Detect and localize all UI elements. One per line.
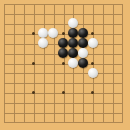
intersection[interactable] [68, 8, 78, 18]
black-stone [78, 28, 88, 38]
intersection[interactable] [58, 88, 68, 98]
intersection[interactable] [98, 98, 108, 108]
intersection[interactable] [117, 58, 127, 68]
intersection[interactable] [98, 108, 108, 118]
intersection[interactable] [78, 58, 88, 68]
intersection[interactable] [68, 88, 78, 98]
intersection[interactable] [88, 0, 98, 8]
intersection[interactable] [78, 28, 88, 38]
intersection[interactable] [48, 88, 58, 98]
intersection[interactable] [18, 58, 28, 68]
intersection[interactable] [48, 0, 58, 8]
intersection[interactable] [28, 38, 38, 48]
intersection[interactable] [58, 108, 68, 118]
intersection[interactable] [88, 98, 98, 108]
intersection[interactable] [78, 117, 88, 127]
intersection[interactable] [68, 108, 78, 118]
intersection[interactable] [108, 48, 118, 58]
intersection[interactable] [78, 88, 88, 98]
intersection[interactable] [38, 68, 48, 78]
intersection[interactable] [117, 0, 127, 8]
intersection[interactable] [48, 48, 58, 58]
intersection[interactable] [117, 88, 127, 98]
intersection[interactable] [48, 38, 58, 48]
intersection[interactable] [68, 68, 78, 78]
intersection[interactable] [48, 28, 58, 38]
intersection[interactable] [8, 0, 18, 8]
intersection[interactable] [98, 0, 108, 8]
intersection[interactable] [58, 98, 68, 108]
intersection[interactable] [78, 0, 88, 8]
intersection[interactable] [98, 68, 108, 78]
black-stone [68, 28, 78, 38]
intersection[interactable] [108, 58, 118, 68]
intersection[interactable] [8, 98, 18, 108]
intersection[interactable] [48, 18, 58, 28]
intersection[interactable] [58, 58, 68, 68]
intersection[interactable] [38, 48, 48, 58]
intersection[interactable] [108, 88, 118, 98]
intersection[interactable] [48, 58, 58, 68]
intersection[interactable] [58, 68, 68, 78]
intersection[interactable] [38, 117, 48, 127]
intersection[interactable] [108, 68, 118, 78]
intersection[interactable] [8, 58, 18, 68]
intersection[interactable] [8, 68, 18, 78]
intersection[interactable] [117, 28, 127, 38]
intersection[interactable] [68, 48, 78, 58]
intersection[interactable] [28, 18, 38, 28]
intersection[interactable] [78, 38, 88, 48]
intersection[interactable] [98, 117, 108, 127]
intersection[interactable] [108, 98, 118, 108]
intersection[interactable] [78, 108, 88, 118]
intersection[interactable] [117, 108, 127, 118]
intersection[interactable] [38, 38, 48, 48]
intersection[interactable] [88, 78, 98, 88]
intersection[interactable] [88, 88, 98, 98]
intersection[interactable] [68, 58, 78, 68]
intersection[interactable] [0, 68, 8, 78]
intersection[interactable] [0, 0, 8, 8]
intersection[interactable] [28, 28, 38, 38]
intersection[interactable] [0, 117, 8, 127]
intersection[interactable] [108, 28, 118, 38]
intersection[interactable] [28, 0, 38, 8]
intersection[interactable] [28, 78, 38, 88]
intersection[interactable] [28, 48, 38, 58]
intersection[interactable] [28, 58, 38, 68]
intersection[interactable] [8, 108, 18, 118]
intersection[interactable] [98, 78, 108, 88]
intersection[interactable] [8, 18, 18, 28]
intersection[interactable] [58, 28, 68, 38]
intersection[interactable] [88, 38, 98, 48]
intersection[interactable] [0, 38, 8, 48]
intersection[interactable] [98, 8, 108, 18]
intersection[interactable] [78, 18, 88, 28]
white-stone [68, 18, 78, 28]
intersection[interactable] [18, 117, 28, 127]
intersection[interactable] [48, 117, 58, 127]
intersection[interactable] [8, 88, 18, 98]
intersection[interactable] [28, 8, 38, 18]
white-stone [38, 38, 48, 48]
intersection[interactable] [68, 0, 78, 8]
intersection[interactable] [18, 28, 28, 38]
intersection[interactable] [48, 78, 58, 88]
white-stone [38, 28, 48, 38]
black-stone [78, 58, 88, 68]
intersection[interactable] [38, 108, 48, 118]
intersection[interactable] [28, 88, 38, 98]
intersection[interactable] [0, 58, 8, 68]
intersection[interactable] [88, 58, 98, 68]
intersection[interactable] [108, 117, 118, 127]
black-stone [78, 38, 88, 48]
intersection[interactable] [117, 117, 127, 127]
intersection[interactable] [117, 98, 127, 108]
go-board [0, 0, 130, 130]
white-stone [88, 38, 98, 48]
intersection[interactable] [8, 48, 18, 58]
intersection[interactable] [58, 8, 68, 18]
intersection[interactable] [88, 8, 98, 18]
intersection[interactable] [108, 38, 118, 48]
intersection[interactable] [28, 98, 38, 108]
intersection[interactable] [38, 28, 48, 38]
intersection[interactable] [117, 18, 127, 28]
intersection[interactable] [88, 28, 98, 38]
intersection[interactable] [58, 0, 68, 8]
intersection[interactable] [78, 8, 88, 18]
intersection[interactable] [18, 78, 28, 88]
black-stone [68, 48, 78, 58]
intersection[interactable] [18, 68, 28, 78]
intersection[interactable] [117, 68, 127, 78]
intersection[interactable] [0, 108, 8, 118]
intersection[interactable] [58, 48, 68, 58]
intersection[interactable] [88, 108, 98, 118]
intersection[interactable] [88, 48, 98, 58]
intersection[interactable] [18, 88, 28, 98]
intersection[interactable] [78, 78, 88, 88]
intersection[interactable] [18, 108, 28, 118]
white-stone [78, 48, 88, 58]
intersection[interactable] [18, 0, 28, 8]
intersection[interactable] [68, 78, 78, 88]
intersection[interactable] [0, 18, 8, 28]
white-stone [88, 68, 98, 78]
intersection[interactable] [58, 78, 68, 88]
intersection[interactable] [108, 108, 118, 118]
intersection[interactable] [117, 48, 127, 58]
intersection[interactable] [38, 88, 48, 98]
intersection[interactable] [18, 18, 28, 28]
intersection[interactable] [28, 108, 38, 118]
intersection[interactable] [38, 18, 48, 28]
intersection[interactable] [98, 28, 108, 38]
intersection[interactable] [98, 48, 108, 58]
intersection[interactable] [58, 38, 68, 48]
intersection[interactable] [8, 117, 18, 127]
intersection[interactable] [68, 18, 78, 28]
intersection[interactable] [78, 48, 88, 58]
intersection[interactable] [98, 58, 108, 68]
intersection[interactable] [78, 68, 88, 78]
intersection[interactable] [88, 117, 98, 127]
intersection[interactable] [58, 18, 68, 28]
intersection[interactable] [0, 88, 8, 98]
intersection[interactable] [117, 78, 127, 88]
stone-grid [0, 0, 127, 127]
intersection[interactable] [117, 38, 127, 48]
intersection[interactable] [117, 8, 127, 18]
intersection[interactable] [38, 0, 48, 8]
intersection[interactable] [0, 98, 8, 108]
intersection[interactable] [0, 8, 8, 18]
white-stone [48, 28, 58, 38]
intersection[interactable] [48, 98, 58, 108]
intersection[interactable] [18, 48, 28, 58]
intersection[interactable] [108, 8, 118, 18]
black-stone [58, 48, 68, 58]
intersection[interactable] [88, 68, 98, 78]
intersection[interactable] [108, 0, 118, 8]
intersection[interactable] [18, 98, 28, 108]
intersection[interactable] [0, 48, 8, 58]
intersection[interactable] [8, 8, 18, 18]
black-stone [68, 38, 78, 48]
intersection[interactable] [68, 117, 78, 127]
black-stone [58, 38, 68, 48]
intersection[interactable] [18, 38, 28, 48]
intersection[interactable] [108, 18, 118, 28]
intersection[interactable] [68, 98, 78, 108]
intersection[interactable] [38, 78, 48, 88]
intersection[interactable] [8, 38, 18, 48]
intersection[interactable] [48, 68, 58, 78]
intersection[interactable] [68, 38, 78, 48]
intersection[interactable] [58, 117, 68, 127]
intersection[interactable] [98, 18, 108, 28]
intersection[interactable] [0, 28, 8, 38]
intersection[interactable] [98, 88, 108, 98]
intersection[interactable] [8, 78, 18, 88]
intersection[interactable] [38, 58, 48, 68]
intersection[interactable] [18, 8, 28, 18]
intersection[interactable] [48, 8, 58, 18]
intersection[interactable] [38, 98, 48, 108]
intersection[interactable] [78, 98, 88, 108]
intersection[interactable] [38, 8, 48, 18]
intersection[interactable] [28, 68, 38, 78]
intersection[interactable] [108, 78, 118, 88]
intersection[interactable] [48, 108, 58, 118]
intersection[interactable] [88, 18, 98, 28]
intersection[interactable] [0, 78, 8, 88]
intersection[interactable] [68, 28, 78, 38]
white-stone [68, 58, 78, 68]
intersection[interactable] [8, 28, 18, 38]
intersection[interactable] [98, 38, 108, 48]
intersection[interactable] [28, 117, 38, 127]
